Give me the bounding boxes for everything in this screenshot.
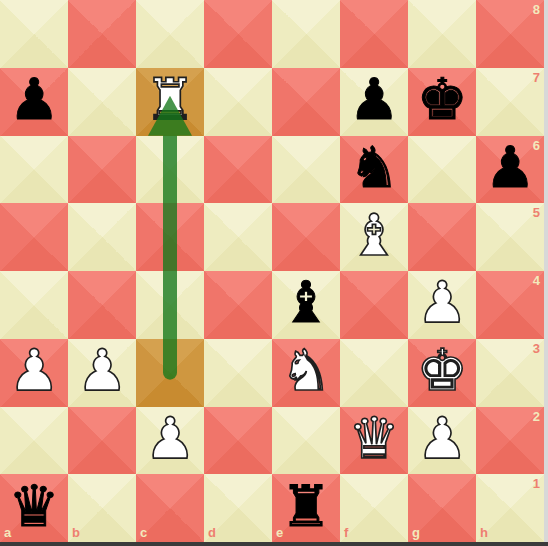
piece-black-king[interactable]: ♚: [416, 71, 467, 128]
square-h1[interactable]: h1: [476, 474, 544, 542]
square-d2[interactable]: [204, 407, 272, 475]
piece-black-pawn[interactable]: ♟: [484, 139, 535, 196]
square-d8[interactable]: [204, 0, 272, 68]
square-h4[interactable]: 4: [476, 271, 544, 339]
square-a3[interactable]: ♟: [0, 339, 68, 407]
piece-white-bishop[interactable]: ♝: [348, 207, 399, 264]
square-g5[interactable]: [408, 203, 476, 271]
square-h3[interactable]: 3: [476, 339, 544, 407]
file-label-f: f: [344, 526, 348, 539]
square-d6[interactable]: [204, 136, 272, 204]
square-g2[interactable]: ♟: [408, 407, 476, 475]
piece-white-pawn[interactable]: ♟: [144, 410, 195, 467]
square-e3[interactable]: ♞: [272, 339, 340, 407]
square-c8[interactable]: [136, 0, 204, 68]
square-e2[interactable]: [272, 407, 340, 475]
square-f7[interactable]: ♟: [340, 68, 408, 136]
square-e5[interactable]: [272, 203, 340, 271]
square-g1[interactable]: g: [408, 474, 476, 542]
square-h5[interactable]: 5: [476, 203, 544, 271]
square-g3[interactable]: ♚: [408, 339, 476, 407]
square-a6[interactable]: [0, 136, 68, 204]
square-f2[interactable]: ♛: [340, 407, 408, 475]
rank-label-1: 1: [533, 477, 540, 490]
square-c2[interactable]: ♟: [136, 407, 204, 475]
square-a2[interactable]: [0, 407, 68, 475]
piece-black-bishop[interactable]: ♝: [280, 274, 331, 331]
piece-black-queen[interactable]: ♛: [8, 478, 59, 535]
square-f4[interactable]: [340, 271, 408, 339]
board-bottom-bar: [0, 542, 548, 546]
file-label-b: b: [72, 526, 80, 539]
rank-label-8: 8: [533, 3, 540, 16]
square-e6[interactable]: [272, 136, 340, 204]
square-b3[interactable]: ♟: [68, 339, 136, 407]
square-e8[interactable]: [272, 0, 340, 68]
square-c3[interactable]: [136, 339, 204, 407]
piece-white-queen[interactable]: ♛: [348, 410, 399, 467]
file-label-c: c: [140, 526, 147, 539]
square-b5[interactable]: [68, 203, 136, 271]
square-a7[interactable]: ♟: [0, 68, 68, 136]
square-d1[interactable]: d: [204, 474, 272, 542]
piece-black-knight[interactable]: ♞: [348, 139, 399, 196]
rank-label-3: 3: [533, 342, 540, 355]
piece-black-pawn[interactable]: ♟: [348, 71, 399, 128]
square-a4[interactable]: [0, 271, 68, 339]
square-f5[interactable]: ♝: [340, 203, 408, 271]
rank-label-2: 2: [533, 410, 540, 423]
square-d5[interactable]: [204, 203, 272, 271]
file-label-a: a: [4, 526, 11, 539]
piece-white-knight[interactable]: ♞: [280, 342, 331, 399]
file-label-e: e: [276, 526, 283, 539]
chess-board[interactable]: 8♟♜♟♚7♞♟6♝5♝♟4♟♟♞♚3♟♛♟2♛abcd♜efgh1: [0, 0, 544, 542]
square-h2[interactable]: 2: [476, 407, 544, 475]
piece-black-rook[interactable]: ♜: [280, 478, 331, 535]
square-c5[interactable]: [136, 203, 204, 271]
square-b7[interactable]: [68, 68, 136, 136]
rank-label-5: 5: [533, 206, 540, 219]
square-c6[interactable]: [136, 136, 204, 204]
square-d4[interactable]: [204, 271, 272, 339]
square-g6[interactable]: [408, 136, 476, 204]
piece-white-pawn[interactable]: ♟: [76, 342, 127, 399]
chess-app-screen: 8♟♜♟♚7♞♟6♝5♝♟4♟♟♞♚3♟♛♟2♛abcd♜efgh1: [0, 0, 548, 546]
square-b2[interactable]: [68, 407, 136, 475]
piece-white-king[interactable]: ♚: [416, 342, 467, 399]
square-a5[interactable]: [0, 203, 68, 271]
square-b8[interactable]: [68, 0, 136, 68]
square-e1[interactable]: ♜e: [272, 474, 340, 542]
square-c1[interactable]: c: [136, 474, 204, 542]
square-b1[interactable]: b: [68, 474, 136, 542]
rank-label-6: 6: [533, 139, 540, 152]
square-b6[interactable]: [68, 136, 136, 204]
square-a1[interactable]: ♛a: [0, 474, 68, 542]
square-g8[interactable]: [408, 0, 476, 68]
square-a8[interactable]: [0, 0, 68, 68]
square-e7[interactable]: [272, 68, 340, 136]
file-label-g: g: [412, 526, 420, 539]
piece-black-pawn[interactable]: ♟: [8, 71, 59, 128]
piece-white-rook[interactable]: ♜: [144, 71, 195, 128]
square-c7[interactable]: ♜: [136, 68, 204, 136]
rank-label-4: 4: [533, 274, 540, 287]
square-d3[interactable]: [204, 339, 272, 407]
square-b4[interactable]: [68, 271, 136, 339]
square-h7[interactable]: 7: [476, 68, 544, 136]
square-d7[interactable]: [204, 68, 272, 136]
piece-white-pawn[interactable]: ♟: [416, 410, 467, 467]
board-right-gutter: [544, 0, 548, 542]
file-label-h: h: [480, 526, 488, 539]
square-g4[interactable]: ♟: [408, 271, 476, 339]
square-f6[interactable]: ♞: [340, 136, 408, 204]
file-label-d: d: [208, 526, 216, 539]
square-g7[interactable]: ♚: [408, 68, 476, 136]
square-f3[interactable]: [340, 339, 408, 407]
rank-label-7: 7: [533, 71, 540, 84]
square-e4[interactable]: ♝: [272, 271, 340, 339]
piece-white-pawn[interactable]: ♟: [8, 342, 59, 399]
square-h6[interactable]: ♟6: [476, 136, 544, 204]
piece-white-pawn[interactable]: ♟: [416, 274, 467, 331]
square-c4[interactable]: [136, 271, 204, 339]
square-f8[interactable]: [340, 0, 408, 68]
square-f1[interactable]: f: [340, 474, 408, 542]
square-h8[interactable]: 8: [476, 0, 544, 68]
